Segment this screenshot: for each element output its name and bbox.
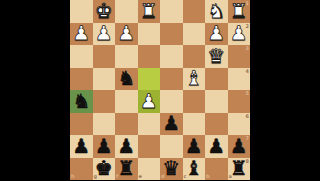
square-d8[interactable]: d♛ [160,158,183,181]
black-pawn[interactable]: ♟ [207,136,225,156]
square-b7[interactable]: ♟ [205,135,228,158]
square-f5[interactable] [115,90,138,113]
black-rook[interactable]: ♜ [230,158,248,178]
square-d6[interactable]: ♟ [160,113,183,136]
square-b2[interactable]: ♟ [205,23,228,46]
square-a5[interactable]: 5 [228,90,251,113]
square-h7[interactable]: ♟ [70,135,93,158]
square-e1[interactable]: ♜ [138,0,161,23]
square-c3[interactable] [183,45,206,68]
white-queen[interactable]: ♛ [207,46,225,66]
square-c8[interactable]: c♝ [183,158,206,181]
black-pawn[interactable]: ♟ [162,113,180,133]
coord-rank-4: 4 [246,69,249,74]
square-b1[interactable]: ♞ [205,0,228,23]
black-bishop[interactable]: ♝ [185,158,203,178]
square-f1[interactable] [115,0,138,23]
white-pawn[interactable]: ♟ [117,23,135,43]
white-rook[interactable]: ♜ [140,1,158,21]
square-e3[interactable] [138,45,161,68]
white-pawn[interactable]: ♟ [72,23,90,43]
black-pawn[interactable]: ♟ [95,136,113,156]
white-pawn[interactable]: ♟ [95,23,113,43]
coord-rank-5: 5 [246,91,249,96]
square-g5[interactable] [93,90,116,113]
square-h4[interactable] [70,68,93,91]
square-a2[interactable]: 2♟ [228,23,251,46]
square-a8[interactable]: 8a♜ [228,158,251,181]
square-b4[interactable] [205,68,228,91]
white-rook[interactable]: ♜ [230,1,248,21]
square-b5[interactable] [205,90,228,113]
square-a3[interactable]: 3 [228,45,251,68]
square-d5[interactable] [160,90,183,113]
black-queen[interactable]: ♛ [162,158,180,178]
coord-rank-3: 3 [246,46,249,51]
letterbox-right [250,0,320,180]
black-pawn[interactable]: ♟ [185,136,203,156]
video-frame: ♚♜♞1♜♟♟♟♟2♟♛3♞♝4♞♟5♟6♟♟♟♟♟7♟hg♚f♜ed♛c♝b8… [0,0,320,180]
white-pawn[interactable]: ♟ [207,23,225,43]
square-f2[interactable]: ♟ [115,23,138,46]
square-e7[interactable] [138,135,161,158]
square-h6[interactable] [70,113,93,136]
square-d7[interactable] [160,135,183,158]
coord-file-e: e [139,174,142,179]
square-h1[interactable] [70,0,93,23]
square-d2[interactable] [160,23,183,46]
square-h3[interactable] [70,45,93,68]
square-g7[interactable]: ♟ [93,135,116,158]
black-pawn[interactable]: ♟ [72,136,90,156]
black-knight[interactable]: ♞ [117,68,135,88]
square-d1[interactable] [160,0,183,23]
square-h8[interactable]: h [70,158,93,181]
square-c1[interactable] [183,0,206,23]
square-d3[interactable] [160,45,183,68]
square-g3[interactable] [93,45,116,68]
white-knight[interactable]: ♞ [207,1,225,21]
square-e6[interactable] [138,113,161,136]
square-h2[interactable]: ♟ [70,23,93,46]
square-b6[interactable] [205,113,228,136]
coord-rank-6: 6 [246,114,249,119]
white-pawn[interactable]: ♟ [230,23,248,43]
square-g1[interactable]: ♚ [93,0,116,23]
square-f6[interactable] [115,113,138,136]
letterbox-left [0,0,70,180]
square-a7[interactable]: 7♟ [228,135,251,158]
black-pawn[interactable]: ♟ [117,136,135,156]
square-g8[interactable]: g♚ [93,158,116,181]
white-king[interactable]: ♚ [95,1,113,21]
square-e5[interactable]: ♟ [138,90,161,113]
square-f3[interactable] [115,45,138,68]
black-knight[interactable]: ♞ [72,91,90,111]
black-rook[interactable]: ♜ [117,158,135,178]
black-pawn[interactable]: ♟ [230,136,248,156]
square-g2[interactable]: ♟ [93,23,116,46]
square-e4[interactable] [138,68,161,91]
square-c7[interactable]: ♟ [183,135,206,158]
square-d4[interactable] [160,68,183,91]
square-b3[interactable]: ♛ [205,45,228,68]
white-pawn[interactable]: ♟ [140,91,158,111]
square-c2[interactable] [183,23,206,46]
white-bishop[interactable]: ♝ [185,68,203,88]
square-c4[interactable]: ♝ [183,68,206,91]
square-f8[interactable]: f♜ [115,158,138,181]
square-f4[interactable]: ♞ [115,68,138,91]
square-b8[interactable]: b [205,158,228,181]
square-h5[interactable]: ♞ [70,90,93,113]
coord-file-h: h [71,174,75,179]
square-a4[interactable]: 4 [228,68,251,91]
square-a6[interactable]: 6 [228,113,251,136]
coord-file-b: b [206,174,210,179]
square-e2[interactable] [138,23,161,46]
chess-board: ♚♜♞1♜♟♟♟♟2♟♛3♞♝4♞♟5♟6♟♟♟♟♟7♟hg♚f♜ed♛c♝b8… [70,0,250,180]
square-c5[interactable] [183,90,206,113]
square-a1[interactable]: 1♜ [228,0,251,23]
square-g4[interactable] [93,68,116,91]
black-king[interactable]: ♚ [95,158,113,178]
square-g6[interactable] [93,113,116,136]
square-f7[interactable]: ♟ [115,135,138,158]
square-e8[interactable]: e [138,158,161,181]
square-c6[interactable] [183,113,206,136]
